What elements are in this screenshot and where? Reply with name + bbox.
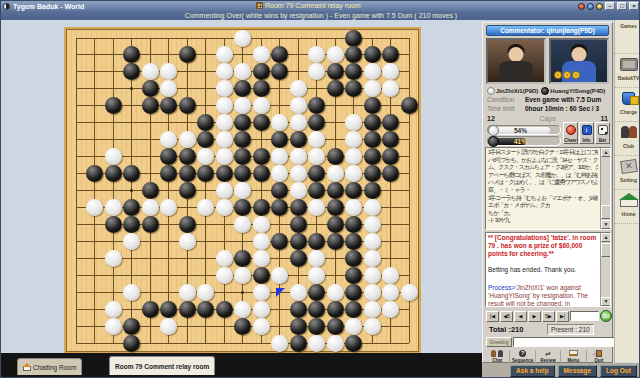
black-stone <box>364 148 381 165</box>
white-stone <box>179 284 196 301</box>
black-stone <box>197 165 214 182</box>
greeting-button[interactable]: Greeting <box>486 337 512 347</box>
white-stone <box>160 199 177 216</box>
star-point <box>130 189 133 192</box>
home-icon <box>23 366 31 371</box>
white-stone <box>105 199 122 216</box>
white-stone <box>160 63 177 80</box>
white-stone <box>382 80 399 97</box>
white-stone <box>290 97 307 114</box>
nav--button[interactable]: ▶ <box>528 311 541 322</box>
white-stone <box>160 80 177 97</box>
white-bar-value: 54% <box>514 127 527 134</box>
side-icon-label: Games <box>615 23 640 29</box>
white-stone <box>327 46 344 63</box>
black-stone <box>327 148 344 165</box>
game-status-line: Commenting Over( white wins by resignati… <box>1 11 640 20</box>
side-games-button[interactable]: Games <box>615 20 640 54</box>
side-icon-label: Charge <box>615 109 640 115</box>
white-stone <box>290 148 307 165</box>
white-stone <box>105 250 122 267</box>
status-orb-blue-icon[interactable] <box>587 3 594 10</box>
message-button[interactable]: Message <box>558 365 597 377</box>
white-stone <box>345 318 362 335</box>
scroll-up-icon[interactable]: ▲ <box>601 233 611 242</box>
white-stone <box>327 335 344 352</box>
button-label: Bet <box>596 138 609 143</box>
scroll-up-icon[interactable]: ▲ <box>601 148 611 157</box>
nav-5-button[interactable]: 5▶ <box>542 311 555 322</box>
commentary-line: 双、・ ミ・ ャラ・ <box>488 187 598 195</box>
star-point <box>241 291 244 294</box>
white-stone <box>179 131 196 148</box>
player-photo <box>549 38 609 84</box>
white-stone <box>271 165 288 182</box>
commentary-line: 1手目スタート:譜の7か白クチ・13手目は上にに格好ムの <box>488 149 598 157</box>
commentary-line: アベーち(難コぱズ、ス/邪魔か。、は「む神あ持あ「ヒ・・ ャズム <box>488 172 598 180</box>
black-stone <box>142 97 159 114</box>
title-bar: Tygem Baduk - World Room 79 Comment rela… <box>1 1 640 11</box>
black-stone <box>290 318 307 335</box>
black-stone <box>123 63 140 80</box>
black-bar-value: 41% <box>514 138 527 145</box>
black-stone <box>382 114 399 131</box>
black-stone <box>105 216 122 233</box>
charge-icon <box>622 92 635 105</box>
white-stone <box>234 216 251 233</box>
black-stone <box>216 301 233 318</box>
white-stone <box>253 284 270 301</box>
black-stone <box>364 131 381 148</box>
side-icon-label: Home <box>615 211 640 217</box>
total-moves: Total :210 <box>489 325 547 334</box>
white-stone <box>105 148 122 165</box>
congrats-message: ** [Congratulations] 'tatze'. in room 79… <box>488 234 598 258</box>
black-stone <box>364 182 381 199</box>
black-stone-icon <box>541 87 549 95</box>
white-stone <box>382 301 399 318</box>
white-stone <box>364 301 381 318</box>
commentary-line: ハメは・クはめく。、は「に慶勇ワアワスノちは、ちは「ドカイ」持 <box>488 179 598 187</box>
question-icon: ? <box>517 350 529 357</box>
window-title: Tygem Baduk - World <box>13 3 84 10</box>
black-stone <box>290 301 307 318</box>
black-stone <box>308 284 325 301</box>
black-bar-knob <box>488 136 499 147</box>
black-stone <box>179 97 196 114</box>
black-stone <box>179 148 196 165</box>
app-icon <box>3 3 10 10</box>
quit-button[interactable]: Quit <box>587 350 611 363</box>
white-stone <box>142 199 159 216</box>
door-icon <box>593 350 605 357</box>
white-stone <box>216 63 233 80</box>
tab-label: Room 79 Comment relay room <box>115 363 209 370</box>
black-stone <box>364 165 381 182</box>
black-stone <box>345 80 362 97</box>
white-stone <box>105 301 122 318</box>
white-stone <box>308 250 325 267</box>
white-stone <box>364 199 381 216</box>
tab-label: Chatting Room <box>33 364 76 371</box>
go-board[interactable] <box>64 27 421 354</box>
go-button[interactable]: GO <box>600 310 612 322</box>
white-stone <box>234 267 251 284</box>
commentary-line: 3手コーラち持「むちょお「マエポチ・ オ、タ確」 <box>488 195 598 203</box>
black-stone <box>123 318 140 335</box>
black-stone <box>179 165 196 182</box>
black-stone <box>327 63 344 80</box>
black-stone <box>197 301 214 318</box>
time-limit-label: Time limit <box>487 105 525 114</box>
maximize-button[interactable]: □ <box>617 2 627 10</box>
nav-5-button[interactable]: ◀5 <box>500 311 513 322</box>
scroll-down-icon[interactable]: ▼ <box>601 297 611 306</box>
present-move: Present : 210 <box>547 324 594 335</box>
side-icon-label: Setting <box>615 177 640 183</box>
black-stone <box>327 216 344 233</box>
black-stone <box>234 80 251 97</box>
black-stone <box>160 148 177 165</box>
titlebar-room-label: Room 79 Comment relay room <box>256 2 361 9</box>
white-stone <box>160 131 177 148</box>
black-stone <box>253 114 270 131</box>
white-stone <box>345 131 362 148</box>
white-stone <box>308 46 325 63</box>
black-stone <box>160 97 177 114</box>
black-stone <box>123 335 140 352</box>
bottom-actions: Ask a helpMessageLog Out <box>482 363 640 378</box>
black-stone <box>345 182 362 199</box>
white-stone <box>364 284 381 301</box>
black-stone <box>308 182 325 199</box>
side-club-button[interactable]: Club <box>615 122 640 156</box>
black-stone <box>123 199 140 216</box>
white-stone <box>179 233 196 250</box>
black-stone <box>253 63 270 80</box>
white-stone <box>308 63 325 80</box>
black-stone <box>382 46 399 63</box>
white-stone <box>234 301 251 318</box>
white-stone <box>364 233 381 250</box>
black-stone <box>105 165 122 182</box>
white-stone <box>216 114 233 131</box>
cheer-button[interactable]: Cheer <box>563 122 578 144</box>
star-point <box>130 87 133 90</box>
black-stone <box>179 301 196 318</box>
white-stone <box>216 97 233 114</box>
status-orb-yellow-icon[interactable] <box>596 3 603 10</box>
commentator-photo <box>486 38 546 84</box>
white-stone <box>345 165 362 182</box>
white-stone-icon <box>487 87 495 95</box>
white-stone <box>216 199 233 216</box>
black-time-bar[interactable]: 41% <box>487 136 561 146</box>
white-stone <box>105 318 122 335</box>
ask-a-help-button[interactable]: Ask a help <box>510 365 555 377</box>
nav--button[interactable]: ▶| <box>556 311 569 322</box>
button-label: Cheer <box>564 138 577 143</box>
white-stone <box>197 148 214 165</box>
black-stone <box>345 250 362 267</box>
white-stone <box>308 131 325 148</box>
move-number-input[interactable] <box>570 311 599 321</box>
room-board-icon <box>256 2 263 9</box>
white-stone <box>234 63 251 80</box>
commentary-scrollbar[interactable]: ▲ ▼ <box>600 148 610 229</box>
black-stone <box>271 233 288 250</box>
black-stone <box>160 301 177 318</box>
black-stone <box>327 199 344 216</box>
sequence-button[interactable]: ?Sequence <box>510 350 535 363</box>
side-home-button[interactable]: Home <box>615 190 640 224</box>
last-move-marker-icon <box>276 288 285 297</box>
black-stone <box>308 318 325 335</box>
white-stone <box>253 97 270 114</box>
black-stone <box>345 46 362 63</box>
white-stone <box>308 199 325 216</box>
black-stone <box>197 131 214 148</box>
black-stone <box>290 216 307 233</box>
white-stone <box>253 301 270 318</box>
black-stone <box>345 233 362 250</box>
white-stone <box>253 216 270 233</box>
commentary-line: ちか「カ。 <box>488 210 598 218</box>
black-stone <box>308 233 325 250</box>
white-stone <box>216 148 233 165</box>
white-stone <box>327 284 344 301</box>
close-button[interactable]: × <box>629 2 639 10</box>
tab-room-79-comment-relay-room[interactable]: Room 79 Comment relay room <box>109 356 215 375</box>
time-limit-value: 0hour 10min : 60 Sec / 3 <box>525 105 599 114</box>
black-stone <box>123 46 140 63</box>
white-stone <box>308 267 325 284</box>
black-stone <box>123 216 140 233</box>
white-stone <box>327 165 344 182</box>
white-stone <box>271 114 288 131</box>
result-message: Process>'JinZhiXi1' won against 'HuangYI… <box>488 284 598 307</box>
bet-button[interactable]: Bet <box>595 122 610 144</box>
app-window: Tygem Baduk - World Room 79 Comment rela… <box>0 0 640 378</box>
black-stone <box>253 165 270 182</box>
black-stone <box>253 80 270 97</box>
black-player-name: HuangYISong(P4D) <box>550 88 605 94</box>
black-stone <box>345 30 362 47</box>
white-stone <box>290 165 307 182</box>
white-stone <box>197 199 214 216</box>
setting-icon <box>620 159 638 174</box>
white-stone <box>364 216 381 233</box>
black-stone <box>364 97 381 114</box>
white-stone <box>123 233 140 250</box>
white-stone <box>216 267 233 284</box>
bet-dice-icon <box>598 125 608 135</box>
black-stone <box>271 182 288 199</box>
commentary-box: 1手目スタート:譜の7か白クチ・13手目は上にに格好ムのハ6号プかち。かおよぶな… <box>485 147 611 230</box>
white-stone <box>364 250 381 267</box>
white-stone <box>364 267 381 284</box>
tv-icon <box>620 58 638 71</box>
black-stone <box>142 301 159 318</box>
white-stone <box>216 80 233 97</box>
scroll-thumb[interactable] <box>601 243 611 257</box>
black-stone <box>86 165 103 182</box>
side-icon-label: BadukTV <box>615 75 640 81</box>
black-stone <box>271 63 288 80</box>
black-stone <box>234 131 251 148</box>
nav--button[interactable]: |◀ <box>486 311 499 322</box>
white-stone <box>234 97 251 114</box>
people-icon <box>491 350 503 357</box>
side-baduktv-button[interactable]: BadukTV <box>615 54 640 88</box>
white-stone <box>382 267 399 284</box>
home-icon <box>620 199 638 207</box>
black-stone <box>327 182 344 199</box>
black-stone <box>364 46 381 63</box>
white-stone <box>216 182 233 199</box>
black-stone <box>253 267 270 284</box>
black-stone <box>123 165 140 182</box>
white-stone <box>290 284 307 301</box>
white-stone <box>345 148 362 165</box>
white-stone <box>290 182 307 199</box>
white-time-bar[interactable]: 54% <box>487 125 561 135</box>
white-stone <box>197 284 214 301</box>
black-stone <box>160 165 177 182</box>
black-stone <box>308 301 325 318</box>
menu-button[interactable]: Menu <box>561 350 586 363</box>
system-scrollbar[interactable]: ▲ ▼ <box>600 233 610 306</box>
side-setting-button[interactable]: Setting <box>615 156 640 190</box>
white-stone <box>123 284 140 301</box>
commentator-header: Commentator: qirunjiang(P9D) <box>486 25 609 36</box>
log-out-button[interactable]: Log Out <box>600 365 637 377</box>
white-stone <box>216 46 233 63</box>
white-stone <box>234 30 251 47</box>
black-stone <box>253 199 270 216</box>
white-stone <box>253 318 270 335</box>
black-stone <box>290 131 307 148</box>
white-stone <box>290 114 307 131</box>
side-icon-strip: GamesBadukTVChargeClubSettingHome <box>614 20 640 362</box>
white-stone <box>160 318 177 335</box>
white-stone <box>345 199 362 216</box>
black-stone <box>271 199 288 216</box>
black-stone <box>105 97 122 114</box>
white-stone <box>308 148 325 165</box>
black-stone <box>345 301 362 318</box>
black-stone <box>234 114 251 131</box>
black-stone <box>382 131 399 148</box>
black-stone <box>308 165 325 182</box>
betting-message: Betting has ended. Thank you. <box>488 266 598 274</box>
scroll-down-icon[interactable]: ▼ <box>601 220 611 229</box>
black-stone <box>290 233 307 250</box>
black-stone <box>179 46 196 63</box>
black-stone <box>271 131 288 148</box>
nav--button[interactable]: ◀ <box>514 311 527 322</box>
black-stone <box>142 216 159 233</box>
right-panel: Commentator: qirunjiang(P9D) JinZhiXi1(P… <box>482 22 613 363</box>
white-stone <box>253 233 270 250</box>
cheer-ball-icon <box>566 125 576 135</box>
white-stone <box>382 284 399 301</box>
info-button[interactable]: iInfo <box>579 122 594 144</box>
info-badge-icon: i <box>582 125 592 135</box>
white-stone <box>216 250 233 267</box>
white-player-name: JinZhiXi1(P9D) <box>496 88 538 94</box>
black-stone <box>234 250 251 267</box>
black-stone <box>345 267 362 284</box>
tab-chatting-room[interactable]: Chatting Room <box>17 358 82 375</box>
black-stone <box>179 216 196 233</box>
white-stone <box>345 114 362 131</box>
condition-value: Even game with 7.5 Dum <box>525 96 601 105</box>
black-stone <box>290 250 307 267</box>
chat-button[interactable]: Chat <box>485 350 510 363</box>
white-stone <box>234 182 251 199</box>
black-stone <box>345 284 362 301</box>
book-icon <box>567 350 579 357</box>
white-stone <box>290 80 307 97</box>
white-captures-count: 12 <box>487 115 495 123</box>
white-stone <box>253 250 270 267</box>
commentary-line: ム、クスク・スカムちょア・ ク2絶ア、100か、クカのはコメクノ <box>488 164 598 172</box>
white-stone <box>308 335 325 352</box>
commentary-line: -ト 30ヤ九 <box>488 217 598 225</box>
black-stone <box>234 148 251 165</box>
side-icon-label: Club <box>615 143 640 149</box>
white-stone <box>401 284 418 301</box>
bottom-tab-bar: Chatting RoomRoom 79 Comment relay room <box>1 353 482 378</box>
white-stone <box>271 148 288 165</box>
black-stone <box>327 233 344 250</box>
arrows-icon: ⇄ <box>542 350 554 357</box>
condition-label: Condition <box>487 96 525 105</box>
white-stone <box>364 63 381 80</box>
black-stone <box>234 199 251 216</box>
white-stone <box>271 267 288 284</box>
button-label: Info <box>580 138 593 143</box>
black-stone <box>234 318 251 335</box>
commentary-line: ハ6号プかち。かおよぶなに洗「14セ・ヤズ・ クル見あクチャ <box>488 157 598 165</box>
system-message-box: ** [Congratulations] 'tatze'. in room 79… <box>485 232 611 307</box>
black-stone <box>142 182 159 199</box>
black-stone <box>142 80 159 97</box>
black-stone <box>308 97 325 114</box>
black-stone <box>327 318 344 335</box>
black-stone <box>345 63 362 80</box>
minimize-button[interactable]: – <box>605 2 615 10</box>
white-stone <box>86 199 103 216</box>
black-stone <box>308 114 325 131</box>
black-stone <box>290 199 307 216</box>
white-stone <box>253 46 270 63</box>
status-orb-red-icon[interactable] <box>578 3 585 10</box>
review-button[interactable]: ⇄Review <box>536 350 561 363</box>
black-stone <box>179 182 196 199</box>
white-stone <box>216 131 233 148</box>
black-stone <box>197 114 214 131</box>
black-stone <box>345 216 362 233</box>
black-stone <box>364 114 381 131</box>
black-stone <box>216 165 233 182</box>
white-stone <box>364 318 381 335</box>
black-stone <box>382 165 399 182</box>
black-stone <box>290 335 307 352</box>
side-charge-button[interactable]: Charge <box>615 88 640 122</box>
scroll-thumb[interactable] <box>601 205 611 219</box>
